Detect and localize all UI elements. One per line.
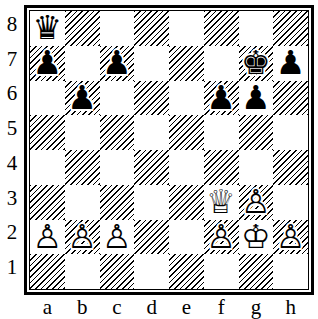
- square-c3[interactable]: [100, 185, 135, 220]
- square-h2[interactable]: ♙: [273, 220, 308, 255]
- white-pawn-b2: ♙: [67, 220, 97, 255]
- square-d5[interactable]: [134, 115, 169, 150]
- black-pawn-b6: ♟: [67, 81, 97, 116]
- square-c8[interactable]: [100, 11, 135, 46]
- black-king-g7: ♚: [241, 46, 271, 81]
- board-frame: ♛♟♟♚♟♟♟♟♕♙♙♙♙♙♔♙: [24, 5, 314, 295]
- square-c6[interactable]: [100, 81, 135, 116]
- square-a5[interactable]: [30, 115, 65, 150]
- chess-diagram: 87654321 ♛♟♟♚♟♟♟♟♕♙♙♙♙♙♔♙ abcdefgh: [0, 0, 318, 319]
- square-b6[interactable]: ♟: [65, 81, 100, 116]
- square-f1[interactable]: [204, 254, 239, 289]
- file-label-d: d: [134, 295, 169, 319]
- board-border: ♛♟♟♚♟♟♟♟♕♙♙♙♙♙♔♙: [29, 10, 309, 290]
- square-e6[interactable]: [169, 81, 204, 116]
- chess-board: ♛♟♟♚♟♟♟♟♕♙♙♙♙♙♔♙: [30, 11, 308, 289]
- square-a8[interactable]: ♛: [30, 11, 65, 46]
- square-f4[interactable]: [204, 150, 239, 185]
- square-g6[interactable]: ♟: [239, 81, 274, 116]
- square-g2[interactable]: ♔: [239, 220, 274, 255]
- square-a4[interactable]: [30, 150, 65, 185]
- square-h1[interactable]: [273, 254, 308, 289]
- square-g5[interactable]: [239, 115, 274, 150]
- square-e2[interactable]: [169, 220, 204, 255]
- black-pawn-g6: ♟: [241, 81, 271, 116]
- square-c1[interactable]: [100, 254, 135, 289]
- white-queen-f3: ♕: [206, 185, 236, 220]
- square-e7[interactable]: [169, 46, 204, 81]
- square-f6[interactable]: ♟: [204, 81, 239, 116]
- square-f3[interactable]: ♕: [204, 185, 239, 220]
- square-g4[interactable]: [239, 150, 274, 185]
- square-d1[interactable]: [134, 254, 169, 289]
- square-f2[interactable]: ♙: [204, 220, 239, 255]
- rank-label-2: 2: [0, 216, 24, 251]
- square-g3[interactable]: ♙: [239, 185, 274, 220]
- black-pawn-a7: ♟: [33, 46, 63, 81]
- white-king-g2: ♔: [241, 220, 271, 255]
- white-pawn-g3: ♙: [241, 185, 271, 220]
- square-f5[interactable]: [204, 115, 239, 150]
- square-e3[interactable]: [169, 185, 204, 220]
- square-b2[interactable]: ♙: [65, 220, 100, 255]
- square-h4[interactable]: [273, 150, 308, 185]
- square-a6[interactable]: [30, 81, 65, 116]
- square-h6[interactable]: [273, 81, 308, 116]
- square-d8[interactable]: [134, 11, 169, 46]
- square-h8[interactable]: [273, 11, 308, 46]
- square-b4[interactable]: [65, 150, 100, 185]
- file-label-b: b: [65, 295, 100, 319]
- rank-label-8: 8: [0, 7, 24, 42]
- square-h5[interactable]: [273, 115, 308, 150]
- square-d2[interactable]: [134, 220, 169, 255]
- square-d7[interactable]: [134, 46, 169, 81]
- rank-label-5: 5: [0, 111, 24, 146]
- white-pawn-f2: ♙: [206, 220, 236, 255]
- square-f7[interactable]: [204, 46, 239, 81]
- rank-labels: 87654321: [0, 11, 24, 289]
- square-e8[interactable]: [169, 11, 204, 46]
- file-label-e: e: [169, 295, 204, 319]
- square-e5[interactable]: [169, 115, 204, 150]
- square-a2[interactable]: ♙: [30, 220, 65, 255]
- square-c5[interactable]: [100, 115, 135, 150]
- square-e4[interactable]: [169, 150, 204, 185]
- white-pawn-h2: ♙: [276, 220, 306, 255]
- square-f8[interactable]: [204, 11, 239, 46]
- file-label-f: f: [204, 295, 239, 319]
- rank-label-1: 1: [0, 250, 24, 285]
- rank-label-4: 4: [0, 146, 24, 181]
- square-d6[interactable]: [134, 81, 169, 116]
- square-h7[interactable]: ♟: [273, 46, 308, 81]
- square-c7[interactable]: ♟: [100, 46, 135, 81]
- rank-label-7: 7: [0, 42, 24, 77]
- file-labels: abcdefgh: [30, 295, 308, 319]
- square-c2[interactable]: ♙: [100, 220, 135, 255]
- square-a7[interactable]: ♟: [30, 46, 65, 81]
- square-b7[interactable]: [65, 46, 100, 81]
- square-g7[interactable]: ♚: [239, 46, 274, 81]
- square-h3[interactable]: [273, 185, 308, 220]
- file-label-c: c: [100, 295, 135, 319]
- square-a3[interactable]: [30, 185, 65, 220]
- file-label-a: a: [30, 295, 65, 319]
- black-pawn-c7: ♟: [102, 46, 132, 81]
- square-a1[interactable]: [30, 254, 65, 289]
- square-b5[interactable]: [65, 115, 100, 150]
- black-pawn-f6: ♟: [206, 81, 236, 116]
- rank-label-6: 6: [0, 77, 24, 112]
- file-label-g: g: [239, 295, 274, 319]
- square-b3[interactable]: [65, 185, 100, 220]
- white-pawn-a2: ♙: [33, 220, 63, 255]
- square-d4[interactable]: [134, 150, 169, 185]
- black-pawn-h7: ♟: [276, 46, 306, 81]
- black-queen-a8: ♛: [33, 11, 63, 46]
- rank-label-3: 3: [0, 181, 24, 216]
- square-g1[interactable]: [239, 254, 274, 289]
- square-d3[interactable]: [134, 185, 169, 220]
- square-c4[interactable]: [100, 150, 135, 185]
- square-g8[interactable]: [239, 11, 274, 46]
- square-e1[interactable]: [169, 254, 204, 289]
- file-label-h: h: [273, 295, 308, 319]
- square-b1[interactable]: [65, 254, 100, 289]
- square-b8[interactable]: [65, 11, 100, 46]
- white-pawn-c2: ♙: [102, 220, 132, 255]
